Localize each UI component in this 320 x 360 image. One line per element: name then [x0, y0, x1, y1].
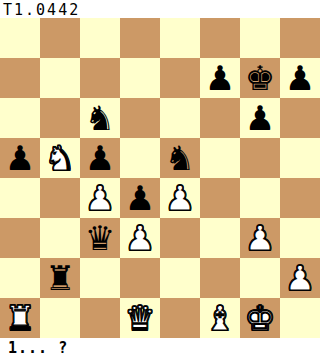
square-g5[interactable] — [240, 138, 280, 178]
square-e2[interactable] — [160, 258, 200, 298]
square-g7[interactable]: ♚ — [240, 58, 280, 98]
square-b6[interactable] — [40, 98, 80, 138]
square-f5[interactable] — [200, 138, 240, 178]
white-rook: ♜ — [5, 298, 35, 338]
square-h8[interactable] — [280, 18, 320, 58]
chess-board: ♟♚♟♞♟♟♞♟♞♟♟♟♛♟♟♜♟♜♛♝♚ — [0, 18, 320, 338]
white-bishop: ♝ — [205, 298, 235, 338]
square-a4[interactable] — [0, 178, 40, 218]
square-h4[interactable] — [280, 178, 320, 218]
square-b5[interactable]: ♞ — [40, 138, 80, 178]
square-f1[interactable]: ♝ — [200, 298, 240, 338]
square-f6[interactable] — [200, 98, 240, 138]
square-g8[interactable] — [240, 18, 280, 58]
square-b2[interactable]: ♜ — [40, 258, 80, 298]
square-g4[interactable] — [240, 178, 280, 218]
square-f7[interactable]: ♟ — [200, 58, 240, 98]
white-pawn: ♟ — [165, 178, 195, 218]
black-pawn: ♟ — [85, 138, 115, 178]
square-e3[interactable] — [160, 218, 200, 258]
square-a8[interactable] — [0, 18, 40, 58]
square-d5[interactable] — [120, 138, 160, 178]
square-c7[interactable] — [80, 58, 120, 98]
square-b1[interactable] — [40, 298, 80, 338]
white-pawn: ♟ — [85, 178, 115, 218]
square-c2[interactable] — [80, 258, 120, 298]
black-queen: ♛ — [85, 218, 115, 258]
square-f8[interactable] — [200, 18, 240, 58]
square-f4[interactable] — [200, 178, 240, 218]
square-e4[interactable]: ♟ — [160, 178, 200, 218]
square-h7[interactable]: ♟ — [280, 58, 320, 98]
puzzle-id: T1.0442 — [3, 1, 80, 19]
square-h1[interactable] — [280, 298, 320, 338]
square-h3[interactable] — [280, 218, 320, 258]
square-f2[interactable] — [200, 258, 240, 298]
square-d3[interactable]: ♟ — [120, 218, 160, 258]
square-g3[interactable]: ♟ — [240, 218, 280, 258]
square-h5[interactable] — [280, 138, 320, 178]
square-b8[interactable] — [40, 18, 80, 58]
square-c3[interactable]: ♛ — [80, 218, 120, 258]
square-d8[interactable] — [120, 18, 160, 58]
move-prompt: 1... ? — [8, 339, 68, 357]
square-d7[interactable] — [120, 58, 160, 98]
black-pawn: ♟ — [245, 98, 275, 138]
square-c5[interactable]: ♟ — [80, 138, 120, 178]
square-b3[interactable] — [40, 218, 80, 258]
square-a6[interactable] — [0, 98, 40, 138]
white-king: ♚ — [245, 298, 275, 338]
square-c4[interactable]: ♟ — [80, 178, 120, 218]
white-pawn: ♟ — [285, 258, 315, 298]
square-e6[interactable] — [160, 98, 200, 138]
black-pawn: ♟ — [285, 58, 315, 98]
white-knight: ♞ — [45, 138, 75, 178]
square-d2[interactable] — [120, 258, 160, 298]
square-c8[interactable] — [80, 18, 120, 58]
square-g2[interactable] — [240, 258, 280, 298]
black-knight: ♞ — [85, 98, 115, 138]
square-g6[interactable]: ♟ — [240, 98, 280, 138]
white-pawn: ♟ — [245, 218, 275, 258]
square-c1[interactable] — [80, 298, 120, 338]
square-a2[interactable] — [0, 258, 40, 298]
black-pawn: ♟ — [5, 138, 35, 178]
square-a7[interactable] — [0, 58, 40, 98]
square-f3[interactable] — [200, 218, 240, 258]
black-pawn: ♟ — [205, 58, 235, 98]
square-b4[interactable] — [40, 178, 80, 218]
square-g1[interactable]: ♚ — [240, 298, 280, 338]
square-d1[interactable]: ♛ — [120, 298, 160, 338]
square-h2[interactable]: ♟ — [280, 258, 320, 298]
square-d4[interactable]: ♟ — [120, 178, 160, 218]
square-c6[interactable]: ♞ — [80, 98, 120, 138]
square-a5[interactable]: ♟ — [0, 138, 40, 178]
square-e1[interactable] — [160, 298, 200, 338]
black-rook: ♜ — [45, 258, 75, 298]
white-queen: ♛ — [125, 298, 155, 338]
black-king: ♚ — [245, 58, 275, 98]
square-e5[interactable]: ♞ — [160, 138, 200, 178]
black-knight: ♞ — [165, 138, 195, 178]
square-e7[interactable] — [160, 58, 200, 98]
square-b7[interactable] — [40, 58, 80, 98]
square-a3[interactable] — [0, 218, 40, 258]
square-e8[interactable] — [160, 18, 200, 58]
white-pawn: ♟ — [125, 218, 155, 258]
square-d6[interactable] — [120, 98, 160, 138]
square-h6[interactable] — [280, 98, 320, 138]
black-pawn: ♟ — [125, 178, 155, 218]
square-a1[interactable]: ♜ — [0, 298, 40, 338]
